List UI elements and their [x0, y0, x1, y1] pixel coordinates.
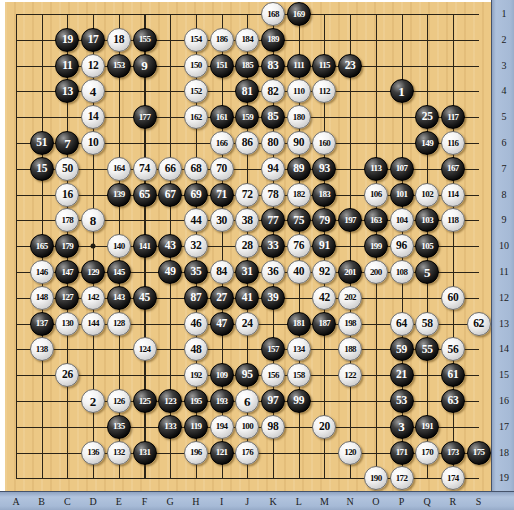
move-number: 141: [139, 242, 151, 251]
move-number: 119: [190, 422, 201, 431]
stone-white-move-122-N15: 122: [338, 363, 362, 387]
stone-white-move-96-P10: 96: [390, 234, 414, 258]
move-number: 91: [319, 240, 330, 252]
stone-black-move-27-I12: 27: [210, 286, 234, 310]
move-number: 137: [36, 319, 48, 328]
stone-white-move-112-M4: 112: [312, 79, 336, 103]
move-number: 136: [87, 448, 99, 457]
move-number: 200: [370, 268, 382, 277]
move-number: 7: [64, 137, 71, 150]
move-number: 93: [319, 163, 330, 175]
column-label-K: K: [269, 497, 276, 507]
stone-white-move-154-H2: 154: [184, 28, 208, 52]
stone-white-move-30-I9: 30: [210, 208, 234, 232]
move-number: 165: [36, 242, 48, 251]
move-number: 28: [242, 240, 253, 252]
stone-black-move-59-P14: 59: [390, 337, 414, 361]
stone-white-move-44-H9: 44: [184, 208, 208, 232]
stone-white-move-42-M12: 42: [312, 286, 336, 310]
stone-black-move-39-K12: 39: [261, 286, 285, 310]
stone-white-move-8-D9: 8: [81, 208, 105, 232]
stone-black-move-173-R18: 173: [441, 441, 465, 465]
move-number: 83: [268, 60, 279, 72]
move-number: 14: [88, 111, 99, 123]
move-number: 71: [216, 189, 227, 201]
stone-black-move-35-H11: 35: [184, 260, 208, 284]
move-number: 13: [62, 86, 73, 98]
stone-white-move-46-H13: 46: [184, 312, 208, 336]
stone-black-move-99-L16: 99: [287, 389, 311, 413]
stone-white-move-144-D13: 144: [81, 312, 105, 336]
stone-white-move-6-J16: 6: [235, 389, 259, 413]
move-number: 3: [398, 420, 405, 433]
stone-white-move-2-D16: 2: [81, 389, 105, 413]
move-number: 198: [344, 319, 356, 328]
move-number: 77: [268, 215, 279, 227]
row-label-18: 18: [499, 448, 509, 458]
move-number: 179: [62, 242, 74, 251]
row-label-2: 2: [502, 35, 507, 45]
stone-white-move-184-J2: 184: [235, 28, 259, 52]
stone-white-move-114-R8: 114: [441, 183, 465, 207]
stone-white-move-56-R14: 56: [441, 337, 465, 361]
move-number: 85: [268, 111, 279, 123]
move-number: 147: [62, 268, 74, 277]
move-number: 100: [241, 422, 253, 431]
move-number: 30: [216, 215, 227, 227]
move-number: 33: [268, 240, 279, 252]
move-number: 195: [190, 397, 202, 406]
move-number: 197: [344, 216, 356, 225]
stone-white-move-124-F14: 124: [133, 337, 157, 361]
move-number: 138: [36, 345, 48, 354]
move-number: 80: [268, 137, 279, 149]
move-number: 109: [216, 371, 228, 380]
move-number: 184: [241, 35, 253, 44]
stone-black-move-199-O10: 199: [364, 234, 388, 258]
row-label-9: 9: [502, 215, 507, 225]
stone-white-move-70-I7: 70: [210, 157, 234, 181]
move-number: 129: [87, 268, 99, 277]
stone-white-move-94-K7: 94: [261, 157, 285, 181]
stone-black-move-109-I15: 109: [210, 363, 234, 387]
stone-black-move-157-K14: 157: [261, 337, 285, 361]
stone-white-move-164-E7: 164: [107, 157, 131, 181]
stone-black-move-201-N11: 201: [338, 260, 362, 284]
move-number: 163: [370, 216, 382, 225]
stone-black-move-85-K5: 85: [261, 105, 285, 129]
move-number: 128: [113, 319, 125, 328]
move-number: 158: [293, 371, 305, 380]
move-number: 150: [190, 61, 202, 70]
move-number: 61: [447, 369, 458, 381]
row-label-6: 6: [502, 138, 507, 148]
move-number: 68: [190, 163, 201, 175]
move-number: 8: [90, 214, 97, 227]
move-number: 149: [421, 139, 433, 148]
stone-black-move-175-S18: 175: [467, 441, 491, 465]
stone-white-move-152-H4: 152: [184, 79, 208, 103]
move-number: 18: [113, 34, 124, 46]
stone-white-move-126-E16: 126: [107, 389, 131, 413]
move-number: 11: [62, 60, 72, 72]
stone-white-move-84-I11: 84: [210, 260, 234, 284]
move-number: 159: [241, 113, 253, 122]
stone-white-move-196-H18: 196: [184, 441, 208, 465]
move-number: 69: [190, 189, 201, 201]
stone-black-move-141-F10: 141: [133, 234, 157, 258]
column-label-S: S: [476, 497, 482, 507]
stone-white-move-186-I2: 186: [210, 28, 234, 52]
stone-black-move-15-B7: 15: [30, 157, 54, 181]
move-number: 113: [370, 164, 381, 173]
move-number: 187: [319, 319, 331, 328]
move-number: 105: [421, 242, 433, 251]
move-number: 156: [267, 371, 279, 380]
move-number: 201: [344, 268, 356, 277]
move-number: 183: [319, 190, 331, 199]
move-number: 112: [319, 87, 330, 96]
move-number: 191: [421, 422, 433, 431]
move-number: 199: [370, 242, 382, 251]
stone-white-move-86-J6: 86: [235, 131, 259, 155]
stone-white-move-4-D4: 4: [81, 79, 105, 103]
move-number: 126: [113, 397, 125, 406]
row-label-14: 14: [499, 344, 509, 354]
stone-black-move-3-P17: 3: [390, 415, 414, 439]
stone-white-move-198-N13: 198: [338, 312, 362, 336]
move-number: 89: [293, 163, 304, 175]
stone-black-move-33-K10: 33: [261, 234, 285, 258]
move-number: 44: [190, 215, 201, 227]
move-number: 74: [139, 163, 150, 175]
move-number: 153: [113, 61, 125, 70]
stone-black-move-131-F18: 131: [133, 441, 157, 465]
stone-white-move-16-C8: 16: [55, 183, 79, 207]
stone-white-move-148-B12: 148: [30, 286, 54, 310]
stone-white-move-68-H7: 68: [184, 157, 208, 181]
stone-black-move-151-I3: 151: [210, 54, 234, 78]
stone-black-move-9-F3: 9: [133, 54, 157, 78]
stone-black-move-193-I16: 193: [210, 389, 234, 413]
move-number: 152: [190, 87, 202, 96]
move-number: 86: [242, 137, 253, 149]
move-number: 171: [396, 448, 408, 457]
stone-black-move-185-J3: 185: [235, 54, 259, 78]
row-label-15: 15: [499, 370, 509, 380]
move-number: 193: [216, 397, 228, 406]
move-number: 185: [241, 61, 253, 70]
stone-black-move-79-M9: 79: [312, 208, 336, 232]
column-label-M: M: [320, 497, 329, 507]
stone-black-move-83-K3: 83: [261, 54, 285, 78]
stone-white-move-140-E10: 140: [107, 234, 131, 258]
move-number: 121: [216, 448, 228, 457]
move-number: 53: [396, 395, 407, 407]
move-number: 9: [141, 59, 148, 72]
stone-white-move-80-K6: 80: [261, 131, 285, 155]
move-number: 188: [344, 345, 356, 354]
stone-black-move-145-E11: 145: [107, 260, 131, 284]
row-label-7: 7: [502, 164, 507, 174]
stone-black-move-189-K2: 189: [261, 28, 285, 52]
move-number: 21: [396, 369, 407, 381]
stone-black-move-115-M3: 115: [312, 54, 336, 78]
stone-white-move-150-H3: 150: [184, 54, 208, 78]
row-label-10: 10: [499, 241, 509, 251]
stone-black-move-53-P16: 53: [390, 389, 414, 413]
column-label-J: J: [245, 497, 249, 507]
stone-black-move-137-B13: 137: [30, 312, 54, 336]
move-number: 99: [293, 395, 304, 407]
move-number: 103: [421, 216, 433, 225]
move-number: 169: [293, 10, 305, 19]
move-number: 176: [241, 448, 253, 457]
move-number: 64: [396, 318, 407, 330]
row-label-16: 16: [499, 396, 509, 406]
stone-white-move-162-H5: 162: [184, 105, 208, 129]
stone-black-move-117-R5: 117: [441, 105, 465, 129]
stone-white-move-76-L10: 76: [287, 234, 311, 258]
move-number: 104: [396, 216, 408, 225]
row-label-3: 3: [502, 61, 507, 71]
column-label-H: H: [192, 497, 199, 507]
move-number: 51: [36, 137, 47, 149]
column-label-R: R: [450, 497, 457, 507]
stone-white-move-64-P13: 64: [390, 312, 414, 336]
move-number: 32: [190, 240, 201, 252]
stone-black-move-197-N9: 197: [338, 208, 362, 232]
move-number: 192: [190, 371, 202, 380]
stone-black-move-55-Q14: 55: [415, 337, 439, 361]
stone-black-move-155-F2: 155: [133, 28, 157, 52]
stone-white-move-166-I6: 166: [210, 131, 234, 155]
move-number: 118: [447, 216, 458, 225]
move-number: 130: [62, 319, 74, 328]
stone-white-move-128-E13: 128: [107, 312, 131, 336]
move-number: 96: [396, 240, 407, 252]
move-number: 50: [62, 163, 73, 175]
stone-black-move-65-F8: 65: [133, 183, 157, 207]
row-label-11: 11: [499, 267, 509, 277]
stone-black-move-121-I18: 121: [210, 441, 234, 465]
stone-white-move-160-M6: 160: [312, 131, 336, 155]
column-label-O: O: [372, 497, 379, 507]
move-number: 70: [216, 163, 227, 175]
stone-white-move-60-R12: 60: [441, 286, 465, 310]
stone-black-move-13-C4: 13: [55, 79, 79, 103]
stone-black-move-127-C12: 127: [55, 286, 79, 310]
stone-white-move-48-H14: 48: [184, 337, 208, 361]
stone-black-move-81-J4: 81: [235, 79, 259, 103]
stone-black-move-93-M7: 93: [312, 157, 336, 181]
stone-black-move-113-O7: 113: [364, 157, 388, 181]
column-label-C: C: [64, 497, 71, 507]
stone-black-move-51-B6: 51: [30, 131, 54, 155]
move-number: 175: [473, 448, 485, 457]
move-number: 43: [165, 240, 176, 252]
go-diagram: 1234567891011121314151617181920212324252…: [0, 0, 514, 510]
move-number: 125: [139, 397, 151, 406]
move-number: 38: [242, 215, 253, 227]
stone-black-move-143-E12: 143: [107, 286, 131, 310]
stone-white-move-26-C15: 26: [55, 363, 79, 387]
move-number: 162: [190, 113, 202, 122]
move-number: 67: [165, 189, 176, 201]
stone-black-move-161-I5: 161: [210, 105, 234, 129]
move-number: 114: [447, 190, 458, 199]
stone-white-move-58-Q13: 58: [415, 312, 439, 336]
stone-white-move-98-K17: 98: [261, 415, 285, 439]
move-number: 62: [473, 318, 484, 330]
stone-black-move-91-M10: 91: [312, 234, 336, 258]
stone-white-move-14-D5: 14: [81, 105, 105, 129]
move-number: 5: [424, 266, 431, 279]
stone-black-move-61-R15: 61: [441, 363, 465, 387]
stone-white-move-134-L14: 134: [287, 337, 311, 361]
move-number: 66: [165, 163, 176, 175]
move-number: 177: [139, 113, 151, 122]
column-label-D: D: [89, 497, 96, 507]
stone-black-move-11-C3: 11: [55, 54, 79, 78]
move-number: 19: [62, 34, 73, 46]
move-number: 1: [398, 85, 405, 98]
stone-black-move-23-N3: 23: [338, 54, 362, 78]
move-number: 140: [113, 242, 125, 251]
move-number: 2: [90, 395, 97, 408]
move-number: 63: [447, 395, 458, 407]
move-number: 26: [62, 369, 73, 381]
stone-black-move-19-C2: 19: [55, 28, 79, 52]
stone-white-move-100-J17: 100: [235, 415, 259, 439]
stone-white-move-120-N18: 120: [338, 441, 362, 465]
move-number: 164: [113, 164, 125, 173]
stone-white-move-200-O11: 200: [364, 260, 388, 284]
row-label-5: 5: [502, 112, 507, 122]
stone-white-move-28-J10: 28: [235, 234, 259, 258]
stone-black-move-101-P8: 101: [390, 183, 414, 207]
stone-white-move-110-L4: 110: [287, 79, 311, 103]
column-coordinate-strip: ABCDEFGHIJKLMNOPQRS: [0, 491, 514, 510]
stone-black-move-97-K16: 97: [261, 389, 285, 413]
move-number: 160: [319, 139, 331, 148]
stone-white-move-180-L5: 180: [287, 105, 311, 129]
stone-black-move-171-P18: 171: [390, 441, 414, 465]
stone-white-move-138-B14: 138: [30, 337, 54, 361]
move-number: 170: [421, 448, 433, 457]
move-number: 59: [396, 344, 407, 356]
move-number: 82: [268, 86, 279, 98]
stone-black-move-181-L13: 181: [287, 312, 311, 336]
move-number: 189: [267, 35, 279, 44]
stone-white-move-10-D6: 10: [81, 131, 105, 155]
column-label-E: E: [116, 497, 122, 507]
row-label-17: 17: [499, 422, 509, 432]
stone-white-move-32-H10: 32: [184, 234, 208, 258]
stone-black-move-107-P7: 107: [390, 157, 414, 181]
move-number: 101: [396, 190, 408, 199]
move-number: 142: [87, 293, 99, 302]
stone-black-move-5-Q11: 5: [415, 260, 439, 284]
move-number: 72: [242, 189, 253, 201]
move-number: 75: [293, 215, 304, 227]
move-number: 194: [216, 422, 228, 431]
move-number: 15: [36, 163, 47, 175]
stone-black-move-119-H17: 119: [184, 415, 208, 439]
move-number: 17: [88, 34, 99, 46]
move-number: 10: [88, 137, 99, 149]
row-coordinate-strip: 12345678910111213141516171819: [491, 0, 514, 491]
stone-black-move-167-R7: 167: [441, 157, 465, 181]
move-number: 178: [62, 216, 74, 225]
move-number: 144: [87, 319, 99, 328]
stone-white-move-72-J8: 72: [235, 183, 259, 207]
stone-black-move-135-E17: 135: [107, 415, 131, 439]
stone-black-move-77-K9: 77: [261, 208, 285, 232]
stone-black-move-69-H8: 69: [184, 183, 208, 207]
stone-white-move-118-R9: 118: [441, 208, 465, 232]
stone-white-move-102-Q8: 102: [415, 183, 439, 207]
move-number: 47: [216, 318, 227, 330]
move-number: 92: [319, 266, 330, 278]
move-number: 133: [164, 422, 176, 431]
stone-black-move-47-I13: 47: [210, 312, 234, 336]
move-number: 157: [267, 345, 279, 354]
move-number: 31: [242, 266, 253, 278]
stone-white-move-66-G7: 66: [158, 157, 182, 181]
stone-white-move-156-K15: 156: [261, 363, 285, 387]
stone-black-move-103-Q9: 103: [415, 208, 439, 232]
stone-white-move-20-M17: 20: [312, 415, 336, 439]
column-label-P: P: [399, 497, 405, 507]
move-number: 20: [319, 421, 330, 433]
move-number: 174: [447, 474, 459, 483]
move-number: 122: [344, 371, 356, 380]
stone-white-move-136-D18: 136: [81, 441, 105, 465]
move-number: 97: [268, 395, 279, 407]
move-number: 84: [216, 266, 227, 278]
move-number: 41: [242, 292, 253, 304]
move-number: 117: [447, 113, 458, 122]
stone-black-move-105-Q10: 105: [415, 234, 439, 258]
stone-black-move-149-Q6: 149: [415, 131, 439, 155]
move-number: 196: [190, 448, 202, 457]
stone-black-move-183-M8: 183: [312, 183, 336, 207]
move-number: 124: [139, 345, 151, 354]
stone-white-move-78-K8: 78: [261, 183, 285, 207]
move-number: 161: [216, 113, 228, 122]
stone-black-move-21-P15: 21: [390, 363, 414, 387]
row-label-12: 12: [499, 293, 509, 303]
stone-white-move-92-M11: 92: [312, 260, 336, 284]
stone-white-move-130-C13: 130: [55, 312, 79, 336]
move-number: 167: [447, 164, 459, 173]
move-number: 173: [447, 448, 459, 457]
stone-white-move-62-S13: 62: [467, 312, 491, 336]
move-number: 90: [293, 137, 304, 149]
move-number: 172: [396, 474, 408, 483]
move-number: 148: [36, 293, 48, 302]
move-number: 95: [242, 369, 253, 381]
stone-white-move-182-L8: 182: [287, 183, 311, 207]
stone-white-move-146-B11: 146: [30, 260, 54, 284]
stone-black-move-43-G10: 43: [158, 234, 182, 258]
stone-black-move-165-B10: 165: [30, 234, 54, 258]
stone-white-move-36-K11: 36: [261, 260, 285, 284]
move-number: 106: [370, 190, 382, 199]
row-label-4: 4: [502, 86, 507, 96]
move-number: 120: [344, 448, 356, 457]
